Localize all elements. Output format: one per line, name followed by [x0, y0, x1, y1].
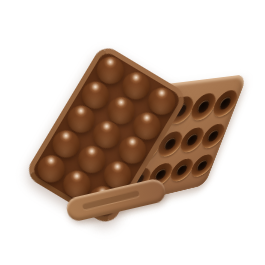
- cavity: [199, 122, 228, 150]
- cavity-hole: [175, 163, 188, 175]
- cavity-hole: [218, 97, 232, 111]
- cavity-hole: [196, 100, 211, 114]
- product-photo: [0, 0, 265, 265]
- cavity: [210, 89, 241, 118]
- cavity-hole: [196, 159, 209, 171]
- cavity-hole: [163, 137, 177, 150]
- cavity: [188, 152, 216, 178]
- embossed-logo: [82, 190, 140, 210]
- cavity-hole: [185, 133, 199, 146]
- cavity-hole: [206, 129, 220, 142]
